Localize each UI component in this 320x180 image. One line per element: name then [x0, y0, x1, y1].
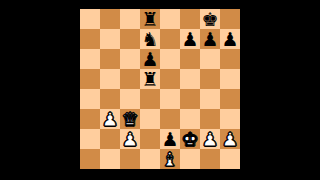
white-king-f2-icon: ♚ [181, 129, 198, 149]
square-g4 [200, 89, 220, 109]
square-e8 [160, 9, 180, 29]
square-e4 [160, 89, 180, 109]
white-pawn-b3-icon: ♟ [101, 109, 118, 129]
square-d6: ♟ [140, 49, 160, 69]
square-e7 [160, 29, 180, 49]
chess-board: ♜♚♞♟♟♟♟♜♟♛♟♟♚♟♟♝ [80, 9, 240, 169]
square-c7 [120, 29, 140, 49]
square-d5: ♜ [140, 69, 160, 89]
square-d8: ♜ [140, 9, 160, 29]
square-a4 [80, 89, 100, 109]
black-pawn-h7-icon: ♟ [221, 29, 238, 49]
square-a8 [80, 9, 100, 29]
square-a1 [80, 149, 100, 169]
square-c8 [120, 9, 140, 29]
square-f7: ♟ [180, 29, 200, 49]
square-f5 [180, 69, 200, 89]
white-pawn-h2-icon: ♟ [221, 129, 238, 149]
square-a7 [80, 29, 100, 49]
black-pawn-f7-icon: ♟ [181, 29, 198, 49]
square-b2 [100, 129, 120, 149]
square-d7: ♞ [140, 29, 160, 49]
square-e2: ♟ [160, 129, 180, 149]
square-h2: ♟ [220, 129, 240, 149]
square-d2 [140, 129, 160, 149]
square-d1 [140, 149, 160, 169]
square-h8 [220, 9, 240, 29]
square-f6 [180, 49, 200, 69]
white-queen-c3-icon: ♛ [121, 109, 138, 129]
square-g6 [200, 49, 220, 69]
square-a6 [80, 49, 100, 69]
square-b5 [100, 69, 120, 89]
square-g1 [200, 149, 220, 169]
square-c6 [120, 49, 140, 69]
square-h1 [220, 149, 240, 169]
square-g8: ♚ [200, 9, 220, 29]
square-b3: ♟ [100, 109, 120, 129]
square-g3 [200, 109, 220, 129]
black-pawn-g7-icon: ♟ [201, 29, 218, 49]
white-bishop-e1-icon: ♝ [161, 149, 178, 169]
square-b7 [100, 29, 120, 49]
square-c1 [120, 149, 140, 169]
square-a5 [80, 69, 100, 89]
black-rook-d8-icon: ♜ [141, 9, 158, 29]
square-b6 [100, 49, 120, 69]
square-b1 [100, 149, 120, 169]
square-b8 [100, 9, 120, 29]
square-f1 [180, 149, 200, 169]
black-pawn-e2-icon: ♟ [161, 129, 178, 149]
square-c2: ♟ [120, 129, 140, 149]
square-g7: ♟ [200, 29, 220, 49]
square-e3 [160, 109, 180, 129]
square-c5 [120, 69, 140, 89]
square-f2: ♚ [180, 129, 200, 149]
square-h4 [220, 89, 240, 109]
square-c4 [120, 89, 140, 109]
square-c3: ♛ [120, 109, 140, 129]
square-f3 [180, 109, 200, 129]
square-g5 [200, 69, 220, 89]
white-pawn-c2-icon: ♟ [121, 129, 138, 149]
square-f4 [180, 89, 200, 109]
square-b4 [100, 89, 120, 109]
square-a2 [80, 129, 100, 149]
square-h6 [220, 49, 240, 69]
square-e6 [160, 49, 180, 69]
white-pawn-g2-icon: ♟ [201, 129, 218, 149]
black-knight-d7-icon: ♞ [141, 29, 158, 49]
square-h5 [220, 69, 240, 89]
square-g2: ♟ [200, 129, 220, 149]
square-d3 [140, 109, 160, 129]
square-e1: ♝ [160, 149, 180, 169]
square-a3 [80, 109, 100, 129]
square-e5 [160, 69, 180, 89]
square-d4 [140, 89, 160, 109]
square-f8 [180, 9, 200, 29]
black-king-g8-icon: ♚ [201, 9, 218, 29]
black-pawn-d6-icon: ♟ [141, 49, 158, 69]
square-h7: ♟ [220, 29, 240, 49]
black-rook-d5-icon: ♜ [141, 69, 158, 89]
letterbox-background: ♜♚♞♟♟♟♟♜♟♛♟♟♚♟♟♝ [0, 0, 320, 180]
square-h3 [220, 109, 240, 129]
